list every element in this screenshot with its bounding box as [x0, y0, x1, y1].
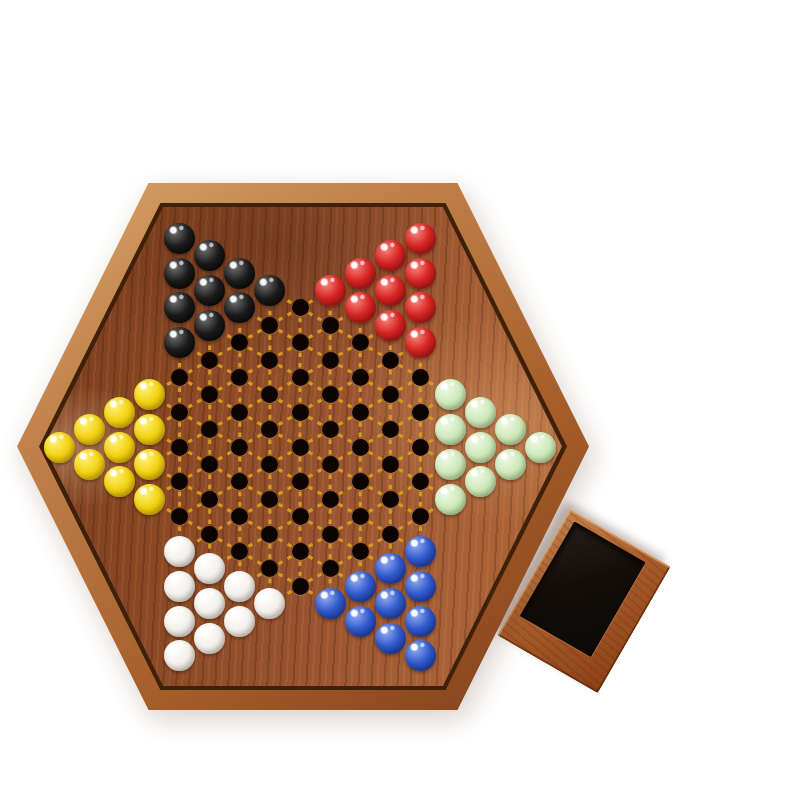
marble-black[interactable] — [194, 310, 225, 341]
marble-red[interactable] — [345, 258, 376, 289]
marble-yellow[interactable] — [74, 449, 105, 480]
empty-hole[interactable] — [382, 386, 399, 403]
empty-hole[interactable] — [261, 491, 278, 508]
marble-black[interactable] — [164, 223, 195, 254]
empty-hole[interactable] — [322, 317, 339, 334]
empty-hole[interactable] — [171, 439, 188, 456]
empty-hole[interactable] — [322, 421, 339, 438]
marble-black[interactable] — [224, 258, 255, 289]
marble-white[interactable] — [224, 606, 255, 637]
empty-hole[interactable] — [292, 334, 309, 351]
empty-hole[interactable] — [382, 491, 399, 508]
empty-hole[interactable] — [412, 369, 429, 386]
empty-hole[interactable] — [292, 404, 309, 421]
marble-yellow[interactable] — [104, 432, 135, 463]
marble-red[interactable] — [405, 327, 436, 358]
empty-hole[interactable] — [292, 369, 309, 386]
marble-blue[interactable] — [375, 623, 406, 654]
marble-white[interactable] — [224, 571, 255, 602]
marble-black[interactable] — [194, 275, 225, 306]
empty-hole[interactable] — [352, 473, 369, 490]
marble-yellow[interactable] — [44, 432, 75, 463]
marble-red[interactable] — [345, 292, 376, 323]
marble-yellow[interactable] — [74, 414, 105, 445]
empty-hole[interactable] — [231, 404, 248, 421]
empty-hole[interactable] — [292, 578, 309, 595]
marble-red[interactable] — [405, 223, 436, 254]
empty-hole[interactable] — [352, 404, 369, 421]
empty-hole[interactable] — [292, 473, 309, 490]
empty-hole[interactable] — [322, 526, 339, 543]
marble-red[interactable] — [405, 292, 436, 323]
marble-white[interactable] — [194, 623, 225, 654]
empty-hole[interactable] — [352, 334, 369, 351]
marble-white[interactable] — [164, 536, 195, 567]
empty-hole[interactable] — [292, 439, 309, 456]
marble-yellow[interactable] — [134, 484, 165, 515]
empty-hole[interactable] — [171, 404, 188, 421]
empty-hole[interactable] — [261, 352, 278, 369]
marble-blue[interactable] — [345, 606, 376, 637]
marble-red[interactable] — [375, 275, 406, 306]
empty-hole[interactable] — [412, 404, 429, 421]
empty-hole[interactable] — [352, 543, 369, 560]
empty-hole[interactable] — [292, 299, 309, 316]
empty-hole[interactable] — [352, 508, 369, 525]
empty-hole[interactable] — [261, 317, 278, 334]
marble-light-green[interactable] — [465, 397, 496, 428]
empty-hole[interactable] — [261, 526, 278, 543]
marble-yellow[interactable] — [104, 466, 135, 497]
marble-white[interactable] — [164, 571, 195, 602]
marble-black[interactable] — [164, 327, 195, 358]
marble-light-green[interactable] — [435, 414, 466, 445]
empty-hole[interactable] — [292, 508, 309, 525]
marble-red[interactable] — [315, 275, 346, 306]
empty-hole[interactable] — [201, 491, 218, 508]
marble-light-green[interactable] — [435, 449, 466, 480]
empty-hole[interactable] — [382, 352, 399, 369]
marble-yellow[interactable] — [134, 414, 165, 445]
empty-hole[interactable] — [171, 369, 188, 386]
empty-hole[interactable] — [231, 439, 248, 456]
empty-hole[interactable] — [201, 456, 218, 473]
empty-hole[interactable] — [322, 352, 339, 369]
empty-hole[interactable] — [412, 439, 429, 456]
marble-blue[interactable] — [315, 588, 346, 619]
marble-blue[interactable] — [375, 588, 406, 619]
empty-hole[interactable] — [382, 456, 399, 473]
marble-blue[interactable] — [405, 536, 436, 567]
marble-yellow[interactable] — [134, 449, 165, 480]
marble-blue[interactable] — [405, 640, 436, 671]
empty-hole[interactable] — [322, 560, 339, 577]
marble-light-green[interactable] — [525, 432, 556, 463]
empty-hole[interactable] — [352, 439, 369, 456]
empty-hole[interactable] — [322, 456, 339, 473]
marble-white[interactable] — [164, 606, 195, 637]
empty-hole[interactable] — [201, 526, 218, 543]
marble-red[interactable] — [375, 240, 406, 271]
marble-yellow[interactable] — [104, 397, 135, 428]
marble-red[interactable] — [375, 310, 406, 341]
empty-hole[interactable] — [292, 543, 309, 560]
star-grid — [0, 0, 800, 800]
marble-blue[interactable] — [375, 553, 406, 584]
marble-light-green[interactable] — [495, 449, 526, 480]
marble-red[interactable] — [405, 258, 436, 289]
marble-black[interactable] — [164, 258, 195, 289]
empty-hole[interactable] — [382, 526, 399, 543]
empty-hole[interactable] — [352, 369, 369, 386]
marble-blue[interactable] — [345, 571, 376, 602]
empty-hole[interactable] — [322, 386, 339, 403]
empty-hole[interactable] — [322, 491, 339, 508]
photo-background — [0, 0, 800, 800]
empty-hole[interactable] — [201, 352, 218, 369]
marble-blue[interactable] — [405, 571, 436, 602]
marble-light-green[interactable] — [435, 484, 466, 515]
marble-light-green[interactable] — [465, 432, 496, 463]
empty-hole[interactable] — [412, 508, 429, 525]
marble-blue[interactable] — [405, 606, 436, 637]
empty-hole[interactable] — [382, 421, 399, 438]
